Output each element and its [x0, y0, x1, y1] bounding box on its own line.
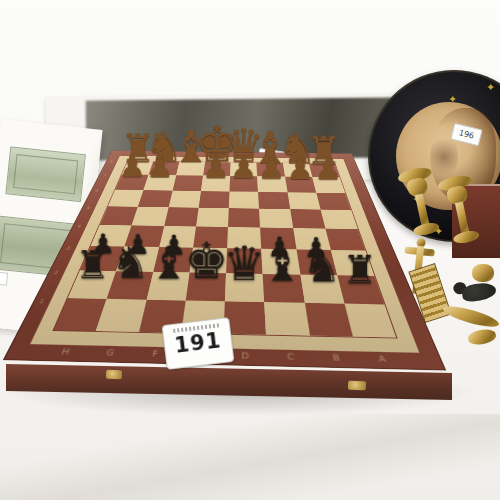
square-r7c8[interactable]: ♜ — [337, 275, 384, 304]
square-r3c2[interactable] — [138, 190, 172, 207]
chess-piece-light-p[interactable]: ♟ — [131, 152, 190, 182]
square-r3c7[interactable] — [287, 192, 320, 209]
brass-hinge-left — [106, 370, 122, 380]
lot-tag-board: 191 — [162, 317, 235, 370]
brass-trinket — [467, 328, 497, 347]
banknote-label — [0, 271, 8, 286]
brass-trinket — [472, 264, 494, 282]
square-r3c5[interactable] — [229, 191, 259, 208]
carved-profile-shading — [430, 134, 458, 180]
square-r3c8[interactable] — [316, 192, 351, 209]
square-r3c3[interactable] — [168, 190, 201, 207]
tablecloth — [0, 414, 500, 500]
chess-piece-light-p[interactable]: ♟ — [299, 154, 358, 184]
photo-stage: 192 196 ✦✦✦✦✦ ♜♞♝♚♛♝♞♜♟♟♟♟♟♟♟♟♟♟♟♟♜♞♝♚♛♝… — [0, 0, 500, 500]
brass-blade — [441, 302, 500, 330]
chess-piece-dark-r[interactable]: ♜ — [319, 250, 400, 289]
metal-bird-figure — [453, 277, 500, 307]
star-icon: ✦ — [448, 94, 457, 105]
square-r4c3[interactable] — [164, 207, 199, 226]
square-r3c4[interactable] — [198, 191, 229, 208]
brass-hinge-right — [348, 381, 366, 391]
star-icon: ✦ — [486, 82, 495, 93]
square-r3c6[interactable] — [258, 192, 289, 209]
